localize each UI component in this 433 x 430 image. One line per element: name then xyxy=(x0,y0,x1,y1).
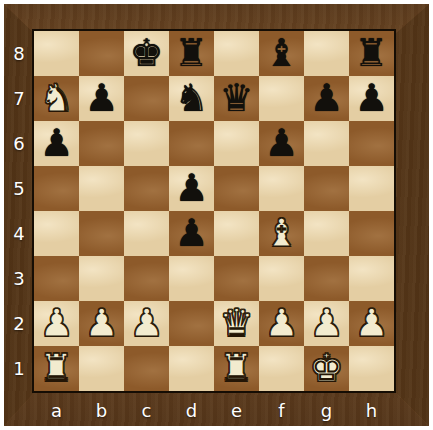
square-c5[interactable] xyxy=(124,166,169,211)
square-g2[interactable]: ♟ xyxy=(304,301,349,346)
rank-label-4: 4 xyxy=(8,211,30,256)
square-e6[interactable] xyxy=(214,121,259,166)
square-a8[interactable] xyxy=(34,31,79,76)
square-b1[interactable] xyxy=(79,346,124,391)
square-b5[interactable] xyxy=(79,166,124,211)
square-a4[interactable] xyxy=(34,211,79,256)
square-d1[interactable] xyxy=(169,346,214,391)
square-d2[interactable] xyxy=(169,301,214,346)
rank-label-6: 6 xyxy=(8,121,30,166)
file-label-a: a xyxy=(34,399,79,423)
board-frame: ♚♜♝♜♞♟♞♛♟♟♟♟♟♟♝♟♟♟♛♟♟♟♜♜♚ 87654321 abcde… xyxy=(4,4,429,426)
square-g8[interactable] xyxy=(304,31,349,76)
square-a5[interactable] xyxy=(34,166,79,211)
piece-white-queen[interactable]: ♛ xyxy=(219,301,253,346)
square-f5[interactable] xyxy=(259,166,304,211)
square-g6[interactable] xyxy=(304,121,349,166)
square-f3[interactable] xyxy=(259,256,304,301)
piece-black-knight[interactable]: ♞ xyxy=(174,76,208,121)
square-a2[interactable]: ♟ xyxy=(34,301,79,346)
square-a6[interactable]: ♟ xyxy=(34,121,79,166)
piece-black-pawn[interactable]: ♟ xyxy=(264,121,298,166)
file-label-c: c xyxy=(124,399,169,423)
square-f8[interactable]: ♝ xyxy=(259,31,304,76)
square-g1[interactable]: ♚ xyxy=(304,346,349,391)
square-c7[interactable] xyxy=(124,76,169,121)
piece-white-pawn[interactable]: ♟ xyxy=(84,301,118,346)
file-label-h: h xyxy=(349,399,394,423)
square-e3[interactable] xyxy=(214,256,259,301)
piece-black-pawn[interactable]: ♟ xyxy=(174,211,208,256)
square-c1[interactable] xyxy=(124,346,169,391)
piece-white-bishop[interactable]: ♝ xyxy=(264,211,298,256)
square-h8[interactable]: ♜ xyxy=(349,31,394,76)
square-g3[interactable] xyxy=(304,256,349,301)
square-f4[interactable]: ♝ xyxy=(259,211,304,256)
square-c8[interactable]: ♚ xyxy=(124,31,169,76)
square-d3[interactable] xyxy=(169,256,214,301)
file-label-f: f xyxy=(259,399,304,423)
square-b2[interactable]: ♟ xyxy=(79,301,124,346)
piece-white-pawn[interactable]: ♟ xyxy=(264,301,298,346)
piece-black-queen[interactable]: ♛ xyxy=(219,76,253,121)
square-c3[interactable] xyxy=(124,256,169,301)
square-b6[interactable] xyxy=(79,121,124,166)
chessboard-screenshot: ♚♜♝♜♞♟♞♛♟♟♟♟♟♟♝♟♟♟♛♟♟♟♜♜♚ 87654321 abcde… xyxy=(0,0,433,430)
piece-white-knight[interactable]: ♞ xyxy=(39,76,73,121)
piece-black-rook[interactable]: ♜ xyxy=(174,31,208,76)
square-g7[interactable]: ♟ xyxy=(304,76,349,121)
square-g5[interactable] xyxy=(304,166,349,211)
piece-black-pawn[interactable]: ♟ xyxy=(84,76,118,121)
file-label-g: g xyxy=(304,399,349,423)
square-f1[interactable] xyxy=(259,346,304,391)
square-e1[interactable]: ♜ xyxy=(214,346,259,391)
rank-label-3: 3 xyxy=(8,256,30,301)
square-d7[interactable]: ♞ xyxy=(169,76,214,121)
file-label-d: d xyxy=(169,399,214,423)
piece-black-king[interactable]: ♚ xyxy=(129,31,163,76)
rank-label-8: 8 xyxy=(8,31,30,76)
square-e8[interactable] xyxy=(214,31,259,76)
square-f7[interactable] xyxy=(259,76,304,121)
square-c4[interactable] xyxy=(124,211,169,256)
piece-black-bishop[interactable]: ♝ xyxy=(264,31,298,76)
piece-black-pawn[interactable]: ♟ xyxy=(39,121,73,166)
square-b3[interactable] xyxy=(79,256,124,301)
square-b7[interactable]: ♟ xyxy=(79,76,124,121)
square-a3[interactable] xyxy=(34,256,79,301)
square-b8[interactable] xyxy=(79,31,124,76)
piece-white-pawn[interactable]: ♟ xyxy=(129,301,163,346)
square-a7[interactable]: ♞ xyxy=(34,76,79,121)
piece-black-rook[interactable]: ♜ xyxy=(354,31,388,76)
square-h6[interactable] xyxy=(349,121,394,166)
square-h3[interactable] xyxy=(349,256,394,301)
piece-white-pawn[interactable]: ♟ xyxy=(354,301,388,346)
square-d5[interactable]: ♟ xyxy=(169,166,214,211)
square-d4[interactable]: ♟ xyxy=(169,211,214,256)
square-d6[interactable] xyxy=(169,121,214,166)
piece-white-king[interactable]: ♚ xyxy=(309,346,343,391)
piece-white-pawn[interactable]: ♟ xyxy=(309,301,343,346)
square-e7[interactable]: ♛ xyxy=(214,76,259,121)
square-c2[interactable]: ♟ xyxy=(124,301,169,346)
square-a1[interactable]: ♜ xyxy=(34,346,79,391)
piece-black-pawn[interactable]: ♟ xyxy=(309,76,343,121)
square-b4[interactable] xyxy=(79,211,124,256)
square-g4[interactable] xyxy=(304,211,349,256)
piece-white-rook[interactable]: ♜ xyxy=(219,346,253,391)
rank-label-7: 7 xyxy=(8,76,30,121)
square-h5[interactable] xyxy=(349,166,394,211)
square-f6[interactable]: ♟ xyxy=(259,121,304,166)
square-e5[interactable] xyxy=(214,166,259,211)
square-e4[interactable] xyxy=(214,211,259,256)
square-h2[interactable]: ♟ xyxy=(349,301,394,346)
square-e2[interactable]: ♛ xyxy=(214,301,259,346)
square-h7[interactable]: ♟ xyxy=(349,76,394,121)
piece-white-rook[interactable]: ♜ xyxy=(39,346,73,391)
file-label-e: e xyxy=(214,399,259,423)
piece-white-pawn[interactable]: ♟ xyxy=(39,301,73,346)
rank-label-1: 1 xyxy=(8,346,30,391)
square-d8[interactable]: ♜ xyxy=(169,31,214,76)
file-label-b: b xyxy=(79,399,124,423)
square-f2[interactable]: ♟ xyxy=(259,301,304,346)
square-h4[interactable] xyxy=(349,211,394,256)
square-h1[interactable] xyxy=(349,346,394,391)
piece-black-pawn[interactable]: ♟ xyxy=(174,166,208,211)
chess-board-grid: ♚♜♝♜♞♟♞♛♟♟♟♟♟♟♝♟♟♟♛♟♟♟♜♜♚ xyxy=(32,29,396,393)
piece-black-pawn[interactable]: ♟ xyxy=(354,76,388,121)
rank-label-2: 2 xyxy=(8,301,30,346)
square-c6[interactable] xyxy=(124,121,169,166)
rank-label-5: 5 xyxy=(8,166,30,211)
